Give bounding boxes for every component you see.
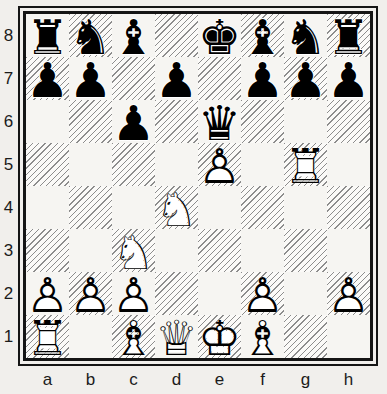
black-pawn-d7[interactable]: ♟ (155, 58, 198, 101)
file-labels: abcdefgh (26, 367, 370, 393)
square-b5[interactable] (69, 143, 112, 186)
square-d2[interactable] (155, 272, 198, 315)
rank-label-6: 6 (0, 100, 17, 143)
file-label-b: b (69, 367, 112, 393)
chess-board: ♜♞♝♚♝♞♜♟♟♟♟♟♟♟♛♟♙♜♖♞♘♞♘♟♙♟♙♟♙♟♙♟♙♜♖♝♗♛♕♚… (26, 14, 370, 358)
rank-label-3: 3 (0, 229, 17, 272)
square-f3[interactable] (241, 229, 284, 272)
black-bishop-c8[interactable]: ♝ (112, 15, 155, 58)
square-g2[interactable] (284, 272, 327, 315)
square-a1[interactable]: ♜♖ (26, 315, 69, 358)
square-g1[interactable] (284, 315, 327, 358)
square-c3[interactable]: ♞♘ (112, 229, 155, 272)
rank-label-4: 4 (0, 186, 17, 229)
square-f1[interactable]: ♝♗ (241, 315, 284, 358)
square-g3[interactable] (284, 229, 327, 272)
file-label-d: d (155, 367, 198, 393)
square-c8[interactable]: ♝ (112, 14, 155, 57)
square-e5[interactable]: ♟♙ (198, 143, 241, 186)
white-king-e1[interactable]: ♔ (198, 316, 241, 359)
square-d3[interactable] (155, 229, 198, 272)
white-pawn-b2[interactable]: ♙ (69, 273, 112, 316)
square-f8[interactable]: ♝ (241, 14, 284, 57)
square-f6[interactable] (241, 100, 284, 143)
black-pawn-b7[interactable]: ♟ (69, 58, 112, 101)
rank-label-1: 1 (0, 315, 17, 358)
square-d4[interactable]: ♞♘ (155, 186, 198, 229)
square-h2[interactable]: ♟♙ (327, 272, 370, 315)
square-h4[interactable] (327, 186, 370, 229)
square-e8[interactable]: ♚ (198, 14, 241, 57)
square-f4[interactable] (241, 186, 284, 229)
square-e6[interactable]: ♛ (198, 100, 241, 143)
square-c2[interactable]: ♟♙ (112, 272, 155, 315)
square-e2[interactable] (198, 272, 241, 315)
file-label-c: c (112, 367, 155, 393)
white-bishop-f1[interactable]: ♗ (241, 316, 284, 359)
square-a6[interactable] (26, 100, 69, 143)
black-pawn-g7[interactable]: ♟ (284, 58, 327, 101)
square-a7[interactable]: ♟ (26, 57, 69, 100)
white-knight-d4[interactable]: ♘ (155, 187, 198, 230)
square-f5[interactable] (241, 143, 284, 186)
square-h1[interactable] (327, 315, 370, 358)
square-b2[interactable]: ♟♙ (69, 272, 112, 315)
file-label-g: g (284, 367, 327, 393)
square-b1[interactable] (69, 315, 112, 358)
square-g7[interactable]: ♟ (284, 57, 327, 100)
square-g5[interactable]: ♜♖ (284, 143, 327, 186)
file-label-e: e (198, 367, 241, 393)
square-c4[interactable] (112, 186, 155, 229)
square-e7[interactable] (198, 57, 241, 100)
square-h8[interactable]: ♜ (327, 14, 370, 57)
square-g6[interactable] (284, 100, 327, 143)
square-c7[interactable] (112, 57, 155, 100)
black-king-e8[interactable]: ♚ (198, 15, 241, 58)
square-a4[interactable] (26, 186, 69, 229)
black-pawn-a7[interactable]: ♟ (26, 58, 69, 101)
square-c6[interactable]: ♟ (112, 100, 155, 143)
square-b7[interactable]: ♟ (69, 57, 112, 100)
black-pawn-h7[interactable]: ♟ (327, 58, 370, 101)
white-bishop-c1[interactable]: ♗ (112, 316, 155, 359)
white-pawn-h2[interactable]: ♙ (327, 273, 370, 316)
file-label-a: a (26, 367, 69, 393)
square-a2[interactable]: ♟♙ (26, 272, 69, 315)
square-f2[interactable]: ♟♙ (241, 272, 284, 315)
square-a8[interactable]: ♜ (26, 14, 69, 57)
square-e1[interactable]: ♚♔ (198, 315, 241, 358)
white-queen-d1[interactable]: ♕ (155, 316, 198, 359)
black-pawn-c6[interactable]: ♟ (112, 101, 155, 144)
rank-label-5: 5 (0, 143, 17, 186)
square-d7[interactable]: ♟ (155, 57, 198, 100)
rank-labels: 87654321 (0, 14, 17, 358)
board-frame: ♜♞♝♚♝♞♜♟♟♟♟♟♟♟♛♟♙♜♖♞♘♞♘♟♙♟♙♟♙♟♙♟♙♜♖♝♗♛♕♚… (18, 6, 378, 366)
square-d5[interactable] (155, 143, 198, 186)
square-h5[interactable] (327, 143, 370, 186)
square-a5[interactable] (26, 143, 69, 186)
square-h3[interactable] (327, 229, 370, 272)
white-pawn-e5[interactable]: ♙ (198, 144, 241, 187)
square-g4[interactable] (284, 186, 327, 229)
file-label-f: f (241, 367, 284, 393)
rank-label-2: 2 (0, 272, 17, 315)
chess-diagram: 87654321 ♜♞♝♚♝♞♜♟♟♟♟♟♟♟♛♟♙♜♖♞♘♞♘♟♙♟♙♟♙♟♙… (0, 0, 387, 394)
square-b4[interactable] (69, 186, 112, 229)
white-rook-a1[interactable]: ♖ (26, 316, 69, 359)
square-d8[interactable] (155, 14, 198, 57)
square-b3[interactable] (69, 229, 112, 272)
square-h7[interactable]: ♟ (327, 57, 370, 100)
square-e4[interactable] (198, 186, 241, 229)
square-h6[interactable] (327, 100, 370, 143)
square-f7[interactable]: ♟ (241, 57, 284, 100)
rank-label-8: 8 (0, 14, 17, 57)
square-c1[interactable]: ♝♗ (112, 315, 155, 358)
square-c5[interactable] (112, 143, 155, 186)
file-label-h: h (327, 367, 370, 393)
rank-label-7: 7 (0, 57, 17, 100)
square-a3[interactable] (26, 229, 69, 272)
square-g8[interactable]: ♞ (284, 14, 327, 57)
square-d1[interactable]: ♛♕ (155, 315, 198, 358)
square-b8[interactable]: ♞ (69, 14, 112, 57)
white-rook-g5[interactable]: ♖ (284, 144, 327, 187)
square-b6[interactable] (69, 100, 112, 143)
square-e3[interactable] (198, 229, 241, 272)
board-inner-border: ♜♞♝♚♝♞♜♟♟♟♟♟♟♟♛♟♙♜♖♞♘♞♘♟♙♟♙♟♙♟♙♟♙♜♖♝♗♛♕♚… (23, 11, 373, 361)
black-pawn-f7[interactable]: ♟ (241, 58, 284, 101)
square-d6[interactable] (155, 100, 198, 143)
